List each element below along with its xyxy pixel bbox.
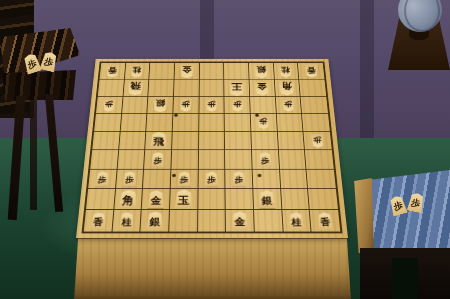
square-1c[interactable] [301, 96, 328, 113]
square-4b[interactable]: 王 [224, 79, 250, 96]
white-komadai-pieces: 歩歩 [0, 0, 80, 100]
piece-black-lance-1i[interactable]: 香 [316, 212, 333, 229]
piece-black-pawn-5g[interactable]: 歩 [204, 171, 218, 186]
piece-black-pawn-4g[interactable]: 歩 [232, 171, 247, 186]
square-9g[interactable]: 歩 [88, 170, 117, 190]
square-2c[interactable]: 歩 [275, 96, 302, 113]
square-2e[interactable] [278, 132, 306, 151]
table-leg [30, 100, 37, 210]
square-7h[interactable]: 金 [142, 189, 171, 210]
square-2d[interactable] [276, 114, 303, 132]
piece-black-bishop-8h[interactable]: 角 [118, 190, 139, 209]
star-point [258, 174, 262, 177]
piece-white-rook-8b[interactable]: 飛 [127, 80, 146, 96]
piece-white-silver-3a[interactable]: 銀 [253, 63, 269, 78]
scene: 香桂金銀桂香飛王金角歩銀歩歩歩歩歩飛歩歩歩歩歩歩歩歩角金玉銀香桂銀金桂香 歩歩 … [0, 0, 450, 299]
square-3b[interactable]: 金 [249, 79, 275, 96]
piece-white-knight-8a[interactable]: 桂 [130, 64, 145, 77]
square-2i[interactable]: 桂 [282, 210, 312, 231]
piece-white-pawn-4c[interactable]: 歩 [230, 98, 244, 111]
square-4g[interactable]: 歩 [226, 170, 254, 190]
board-front-face [74, 237, 351, 299]
captured-pawn[interactable]: 歩 [388, 194, 409, 217]
square-1h[interactable] [308, 189, 338, 210]
piece-black-silver-7i[interactable]: 銀 [146, 211, 165, 230]
square-8c[interactable] [122, 96, 149, 113]
square-2a[interactable]: 桂 [274, 63, 300, 79]
piece-white-pawn-1e[interactable]: 歩 [310, 134, 325, 148]
square-5f[interactable] [198, 150, 225, 169]
piece-white-pawn-9c[interactable]: 歩 [102, 98, 117, 111]
piece-black-silver-3h[interactable]: 銀 [258, 190, 276, 208]
square-3c[interactable] [250, 96, 276, 113]
square-4i[interactable]: 金 [226, 210, 255, 231]
square-5h[interactable] [198, 189, 226, 210]
square-3a[interactable]: 銀 [249, 63, 275, 79]
square-9e[interactable] [92, 132, 120, 151]
square-3i[interactable] [254, 210, 283, 231]
square-5a[interactable] [199, 63, 224, 79]
piece-black-gold-4i[interactable]: 金 [231, 211, 249, 230]
square-2g[interactable] [280, 170, 309, 190]
square-6e[interactable] [172, 132, 199, 151]
black-komadai-leg-gap [392, 258, 418, 299]
square-4h[interactable] [226, 189, 254, 210]
piece-black-gold-7h[interactable]: 金 [147, 190, 165, 208]
piece-white-king-4b[interactable]: 王 [228, 79, 246, 95]
square-9d[interactable] [94, 114, 122, 132]
square-1a[interactable]: 香 [298, 63, 324, 79]
square-4f[interactable] [225, 150, 252, 169]
piece-black-rook-7e[interactable]: 飛 [149, 132, 168, 149]
board-grid: 香桂金銀桂香飛王金角歩銀歩歩歩歩歩飛歩歩歩歩歩歩歩歩角金玉銀香桂銀金桂香 [81, 62, 342, 234]
square-1b[interactable] [299, 79, 326, 96]
square-4c[interactable]: 歩 [225, 96, 251, 113]
square-8b[interactable]: 飛 [123, 79, 149, 96]
piece-white-silver-7c[interactable]: 銀 [152, 97, 169, 113]
square-7c[interactable]: 銀 [148, 96, 174, 113]
square-8a[interactable]: 桂 [125, 63, 151, 79]
piece-black-knight-8i[interactable]: 桂 [118, 212, 135, 229]
square-6f[interactable] [171, 150, 198, 169]
square-6g[interactable]: 歩 [171, 170, 199, 190]
square-1e[interactable]: 歩 [304, 132, 332, 151]
square-6c[interactable]: 歩 [173, 96, 199, 113]
square-5b[interactable] [199, 79, 224, 96]
square-5i[interactable] [198, 210, 227, 231]
black-komadai-pieces: 歩歩 [352, 170, 450, 252]
piece-black-knight-2i[interactable]: 桂 [288, 212, 305, 229]
piece-white-gold-3b[interactable]: 金 [254, 80, 270, 95]
piece-white-bishop-2b[interactable]: 角 [278, 80, 297, 96]
square-5c[interactable]: 歩 [199, 96, 225, 113]
square-8h[interactable]: 角 [114, 189, 143, 210]
square-3d[interactable]: 歩 [251, 114, 278, 132]
square-3h[interactable]: 銀 [253, 189, 282, 210]
square-8f[interactable] [117, 150, 145, 169]
square-8d[interactable] [120, 114, 147, 132]
square-9b[interactable] [98, 79, 125, 96]
square-5e[interactable] [199, 132, 226, 151]
square-9a[interactable]: 香 [100, 63, 126, 79]
piece-white-pawn-5c[interactable]: 歩 [205, 98, 218, 111]
square-7b[interactable] [149, 79, 175, 96]
square-9f[interactable] [90, 150, 119, 169]
square-2h[interactable] [281, 189, 310, 210]
piece-white-lance-9a[interactable]: 香 [105, 64, 120, 77]
piece-black-pawn-3f[interactable]: 歩 [258, 152, 273, 167]
piece-black-lance-9i[interactable]: 香 [90, 212, 107, 229]
piece-white-lance-1a[interactable]: 香 [304, 64, 319, 77]
square-2b[interactable]: 角 [274, 79, 300, 96]
square-7d[interactable] [146, 114, 173, 132]
square-9c[interactable]: 歩 [96, 96, 123, 113]
square-4d[interactable] [225, 114, 251, 132]
piece-white-knight-2a[interactable]: 桂 [279, 64, 294, 77]
square-8i[interactable]: 桂 [112, 210, 142, 231]
square-8g[interactable]: 歩 [116, 170, 145, 190]
square-7f[interactable]: 歩 [144, 150, 172, 169]
piece-white-pawn-6c[interactable]: 歩 [179, 98, 193, 111]
square-1g[interactable] [307, 170, 336, 190]
piece-black-pawn-7f[interactable]: 歩 [150, 152, 165, 167]
square-6b[interactable] [174, 79, 200, 96]
captured-pawn[interactable]: 歩 [39, 50, 59, 72]
square-3g[interactable] [253, 170, 281, 190]
square-6i[interactable] [169, 210, 198, 231]
square-3f[interactable]: 歩 [252, 150, 280, 169]
square-1f[interactable] [305, 150, 334, 169]
board-surface: 香桂金銀桂香飛王金角歩銀歩歩歩歩歩飛歩歩歩歩歩歩歩歩角金玉銀香桂銀金桂香 [76, 59, 348, 238]
piece-white-pawn-3d[interactable]: 歩 [256, 116, 270, 130]
captured-pawn[interactable]: 歩 [406, 192, 426, 214]
piece-black-king-6h[interactable]: 玉 [174, 189, 194, 209]
piece-black-pawn-6g[interactable]: 歩 [177, 171, 192, 186]
square-6h[interactable]: 玉 [170, 189, 198, 210]
captured-pawn[interactable]: 歩 [21, 52, 42, 75]
piece-black-pawn-9g[interactable]: 歩 [94, 171, 110, 186]
square-7g[interactable] [143, 170, 171, 190]
square-4e[interactable] [225, 132, 252, 151]
square-2f[interactable] [279, 150, 307, 169]
piece-black-pawn-8g[interactable]: 歩 [122, 171, 137, 186]
square-4a[interactable] [224, 63, 249, 79]
square-7i[interactable]: 銀 [141, 210, 170, 231]
square-6a[interactable]: 金 [175, 63, 200, 79]
square-1d[interactable] [302, 114, 330, 132]
shogi-board: 香桂金銀桂香飛王金角歩銀歩歩歩歩歩飛歩歩歩歩歩歩歩歩角金玉銀香桂銀金桂香 [76, 12, 348, 238]
star-point [172, 174, 176, 177]
square-7e[interactable]: 飛 [145, 132, 172, 151]
square-1i[interactable]: 香 [310, 210, 340, 231]
square-3e[interactable] [251, 132, 278, 151]
square-5g[interactable]: 歩 [198, 170, 226, 190]
piece-white-gold-6a[interactable]: 金 [179, 63, 195, 78]
square-9h[interactable] [86, 189, 116, 210]
square-8e[interactable] [119, 132, 147, 151]
square-7a[interactable] [150, 63, 176, 79]
piece-white-pawn-2c[interactable]: 歩 [281, 98, 295, 111]
square-9i[interactable]: 香 [84, 210, 114, 231]
square-5d[interactable] [199, 114, 225, 132]
